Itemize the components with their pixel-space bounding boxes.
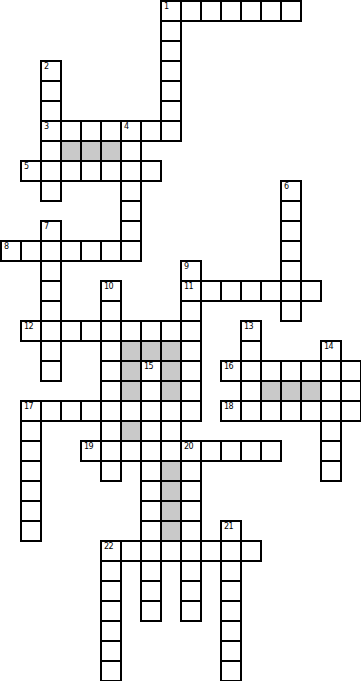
cell-r21c7[interactable] [140,420,162,442]
cell-r22c16[interactable] [320,440,342,462]
cell-r4c2[interactable] [40,80,62,102]
cell-r22c5[interactable] [100,440,122,462]
cell-r21c1[interactable] [20,420,42,442]
shaded-cell-r19c15[interactable] [300,380,322,402]
cell-r14c5[interactable]: 10 [100,280,122,302]
cell-r4c8[interactable] [160,80,182,102]
cell-r18c16[interactable] [320,360,342,382]
cell-r18c7[interactable]: 15 [140,360,162,382]
cell-r22c10[interactable] [200,440,222,462]
cell-r3c8[interactable] [160,60,182,82]
cell-r27c8[interactable] [160,540,182,562]
clue-number-7: 7 [44,222,49,231]
cell-r14c14[interactable] [280,280,302,302]
cell-r15c14[interactable] [280,300,302,322]
cell-r19c17[interactable] [340,380,361,402]
cell-r7c2[interactable] [40,140,62,162]
clue-number-6: 6 [284,182,289,191]
cell-r23c7[interactable] [140,460,162,482]
cell-r26c7[interactable] [140,520,162,542]
cell-r6c8[interactable] [160,120,182,142]
shaded-cell-r7c3[interactable] [60,140,82,162]
cell-r23c1[interactable] [20,460,42,482]
clue-number-12: 12 [24,322,33,331]
cell-r19c16[interactable] [320,380,342,402]
cell-r19c9[interactable] [180,380,202,402]
cell-r12c4[interactable] [80,240,102,262]
cell-r20c11[interactable]: 18 [220,400,242,422]
cell-r27c7[interactable] [140,540,162,562]
cell-r30c9[interactable] [180,600,202,622]
cell-r21c5[interactable] [100,420,122,442]
cell-r21c8[interactable] [160,420,182,442]
clue-number-10: 10 [104,282,113,291]
cell-r31c11[interactable] [220,620,242,642]
clue-number-22: 22 [104,542,113,551]
shaded-cell-r21c6[interactable] [120,420,142,442]
cell-r12c2[interactable] [40,240,62,262]
cell-r33c11[interactable] [220,660,242,681]
clue-number-18: 18 [224,402,233,411]
cell-r27c12[interactable] [240,540,262,562]
cell-r0c10[interactable] [200,0,222,22]
cell-r22c12[interactable] [240,440,262,462]
cell-r25c1[interactable] [20,500,42,522]
cell-r16c7[interactable] [140,320,162,342]
cell-r17c16[interactable]: 14 [320,340,342,362]
cell-r20c3[interactable] [60,400,82,422]
cell-r22c9[interactable]: 20 [180,440,202,462]
clue-number-16: 16 [224,362,233,371]
cell-r29c7[interactable] [140,580,162,602]
cell-r29c9[interactable] [180,580,202,602]
cell-r14c12[interactable] [240,280,262,302]
shaded-cell-r18c8[interactable] [160,360,182,382]
cell-r16c3[interactable] [60,320,82,342]
cell-r30c11[interactable] [220,600,242,622]
cell-r15c2[interactable] [40,300,62,322]
cell-r19c5[interactable] [100,380,122,402]
cell-r20c7[interactable] [140,400,162,422]
cell-r14c9[interactable]: 11 [180,280,202,302]
cell-r14c10[interactable] [200,280,222,302]
cell-r26c9[interactable] [180,520,202,542]
cell-r33c5[interactable] [100,660,122,681]
cell-r16c4[interactable] [80,320,102,342]
cell-r22c7[interactable] [140,440,162,462]
cell-r29c11[interactable] [220,580,242,602]
shaded-cell-r17c8[interactable] [160,340,182,362]
cell-r14c2[interactable] [40,280,62,302]
cell-r6c7[interactable] [140,120,162,142]
clue-number-2: 2 [44,62,49,71]
clue-number-5: 5 [24,162,29,171]
cell-r28c9[interactable] [180,560,202,582]
cell-r5c8[interactable] [160,100,182,122]
cell-r8c7[interactable] [140,160,162,182]
cell-r11c2[interactable]: 7 [40,220,62,242]
cell-r12c1[interactable] [20,240,42,262]
clue-number-13: 13 [244,322,253,331]
cell-r6c5[interactable] [100,120,122,142]
cell-r22c13[interactable] [260,440,282,462]
shaded-cell-r7c4[interactable] [80,140,102,162]
cell-r0c14[interactable] [280,0,302,22]
cell-r6c2[interactable]: 3 [40,120,62,142]
cell-r18c11[interactable]: 16 [220,360,242,382]
cell-r27c11[interactable] [220,540,242,562]
shaded-cell-r19c13[interactable] [260,380,282,402]
cell-r24c1[interactable] [20,480,42,502]
crossword-board: 12345678910111213141516171819202122 [0,0,361,681]
cell-r13c9[interactable]: 9 [180,260,202,282]
shaded-cell-r19c8[interactable] [160,380,182,402]
cell-r10c14[interactable] [280,200,302,222]
cell-r14c13[interactable] [260,280,282,302]
cell-r0c9[interactable] [180,0,202,22]
cell-r20c13[interactable] [260,400,282,422]
cell-r23c9[interactable] [180,460,202,482]
cell-r16c8[interactable] [160,320,182,342]
cell-r12c0[interactable]: 8 [0,240,22,262]
cell-r31c5[interactable] [100,620,122,642]
cell-r27c5[interactable]: 22 [100,540,122,562]
cell-r13c2[interactable] [40,260,62,282]
cell-r0c12[interactable] [240,0,262,22]
cell-r20c8[interactable] [160,400,182,422]
cell-r18c2[interactable] [40,360,62,382]
cell-r19c12[interactable] [240,380,262,402]
cell-r25c9[interactable] [180,500,202,522]
cell-r5c2[interactable] [40,100,62,122]
cell-r13c14[interactable] [280,260,302,282]
clue-number-21: 21 [224,522,233,531]
cell-r29c5[interactable] [100,580,122,602]
clue-number-4: 4 [124,122,129,131]
cell-r3c2[interactable]: 2 [40,60,62,82]
cell-r32c11[interactable] [220,640,242,662]
crossword-page: 12345678910111213141516171819202122 [0,0,361,681]
shaded-cell-r19c14[interactable] [280,380,302,402]
cell-r7c6[interactable] [120,140,142,162]
cell-r22c11[interactable] [220,440,242,462]
cell-r28c7[interactable] [140,560,162,582]
clue-number-19: 19 [84,442,93,451]
shaded-cell-r7c5[interactable] [100,140,122,162]
cell-r0c13[interactable] [260,0,282,22]
cell-r9c14[interactable]: 6 [280,180,302,202]
cell-r8c2[interactable] [40,160,62,182]
cell-r14c11[interactable] [220,280,242,302]
cell-r18c14[interactable] [280,360,302,382]
clue-number-20: 20 [184,442,193,451]
cell-r20c16[interactable] [320,400,342,422]
cell-r24c7[interactable] [140,480,162,502]
shaded-cell-r24c8[interactable] [160,480,182,502]
clue-number-3: 3 [44,122,49,131]
shaded-cell-r17c7[interactable] [140,340,162,362]
cell-r12c5[interactable] [100,240,122,262]
cell-r28c5[interactable] [100,560,122,582]
cell-r20c15[interactable] [300,400,322,422]
cell-r24c9[interactable] [180,480,202,502]
cell-r16c5[interactable] [100,320,122,342]
cell-r18c15[interactable] [300,360,322,382]
cell-r6c6[interactable]: 4 [120,120,142,142]
cell-r20c12[interactable] [240,400,262,422]
cell-r11c6[interactable] [120,220,142,242]
cell-r8c4[interactable] [80,160,102,182]
cell-r18c13[interactable] [260,360,282,382]
cell-r12c6[interactable] [120,240,142,262]
shaded-cell-r17c6[interactable] [120,340,142,362]
cell-r21c16[interactable] [320,420,342,442]
cell-r17c5[interactable] [100,340,122,362]
shaded-cell-r19c6[interactable] [120,380,142,402]
cell-r18c5[interactable] [100,360,122,382]
cell-r16c6[interactable] [120,320,142,342]
cell-r16c9[interactable] [180,320,202,342]
cell-r18c17[interactable] [340,360,361,382]
cell-r14c15[interactable] [300,280,322,302]
clue-number-14: 14 [324,342,333,351]
cell-r18c12[interactable] [240,360,262,382]
cell-r22c4[interactable]: 19 [80,440,102,462]
cell-r8c5[interactable] [100,160,122,182]
cell-r12c14[interactable] [280,240,302,262]
cell-r20c5[interactable] [100,400,122,422]
cell-r23c16[interactable] [320,460,342,482]
shaded-cell-r25c8[interactable] [160,500,182,522]
shaded-cell-r18c6[interactable] [120,360,142,382]
cell-r20c6[interactable] [120,400,142,422]
cell-r30c5[interactable] [100,600,122,622]
cell-r11c14[interactable] [280,220,302,242]
cell-r20c4[interactable] [80,400,102,422]
cell-r15c5[interactable] [100,300,122,322]
cell-r0c8[interactable]: 1 [160,0,182,22]
clue-number-9: 9 [184,262,189,271]
clue-number-17: 17 [24,402,33,411]
cell-r1c8[interactable] [160,20,182,42]
cell-r32c5[interactable] [100,640,122,662]
cell-r16c2[interactable] [40,320,62,342]
clue-number-15: 15 [144,362,153,371]
clue-number-8: 8 [4,242,9,251]
cell-r12c3[interactable] [60,240,82,262]
cell-r22c1[interactable] [20,440,42,462]
cell-r20c14[interactable] [280,400,302,422]
cell-r18c9[interactable] [180,360,202,382]
cell-r16c12[interactable]: 13 [240,320,262,342]
cell-r0c11[interactable] [220,0,242,22]
cell-r23c5[interactable] [100,460,122,482]
shaded-cell-r23c8[interactable] [160,460,182,482]
cell-r27c10[interactable] [200,540,222,562]
cell-r6c4[interactable] [80,120,102,142]
cell-r22c8[interactable] [160,440,182,462]
cell-r22c6[interactable] [120,440,142,462]
cell-r16c1[interactable]: 12 [20,320,42,342]
cell-r30c7[interactable] [140,600,162,622]
cell-r20c1[interactable]: 17 [20,400,42,422]
cell-r20c17[interactable] [340,400,361,422]
clue-number-1: 1 [164,2,169,11]
cell-r20c9[interactable] [180,400,202,422]
cell-r8c1[interactable]: 5 [20,160,42,182]
cell-r19c7[interactable] [140,380,162,402]
cell-r26c11[interactable]: 21 [220,520,242,542]
cell-r28c11[interactable] [220,560,242,582]
cell-r20c2[interactable] [40,400,62,422]
cell-r8c3[interactable] [60,160,82,182]
cell-r9c6[interactable] [120,180,142,202]
cell-r10c6[interactable] [120,200,142,222]
clue-number-11: 11 [184,282,193,291]
cell-r27c6[interactable] [120,540,142,562]
cell-r17c9[interactable] [180,340,202,362]
cell-r17c12[interactable] [240,340,262,362]
cell-r17c2[interactable] [40,340,62,362]
cell-r25c7[interactable] [140,500,162,522]
cell-r2c8[interactable] [160,40,182,62]
cell-r27c9[interactable] [180,540,202,562]
cell-r6c3[interactable] [60,120,82,142]
shaded-cell-r26c8[interactable] [160,520,182,542]
cell-r9c2[interactable] [40,180,62,202]
cell-r26c1[interactable] [20,520,42,542]
cell-r8c6[interactable] [120,160,142,182]
cell-r15c9[interactable] [180,300,202,322]
